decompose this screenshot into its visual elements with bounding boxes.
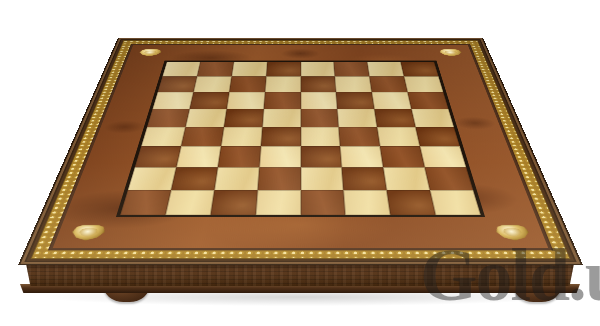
board-square: [259, 146, 300, 167]
board-square: [300, 62, 335, 77]
board-square: [263, 92, 300, 109]
board-square: [229, 76, 266, 92]
board-square: [424, 167, 472, 190]
board-square: [157, 76, 196, 92]
board-square: [141, 127, 185, 146]
board-square: [300, 92, 337, 109]
board-square: [415, 127, 459, 146]
board-square: [430, 190, 481, 215]
chess-board: [120, 62, 481, 215]
board-square: [337, 109, 377, 127]
board-square: [255, 190, 300, 215]
board-square: [300, 76, 336, 92]
board-square: [386, 190, 435, 215]
board-square: [300, 190, 345, 215]
board-square: [380, 146, 425, 167]
board-square: [210, 190, 257, 215]
board-square: [300, 167, 343, 190]
board-square: [176, 146, 221, 167]
board-square: [336, 92, 374, 109]
board-square: [162, 62, 200, 77]
board-square: [340, 146, 383, 167]
board-square: [220, 127, 261, 146]
board-square: [217, 146, 260, 167]
board-square: [193, 76, 231, 92]
board-square: [189, 92, 229, 109]
board-square: [147, 109, 189, 127]
board-top-surface: [18, 38, 583, 265]
board-square: [257, 167, 300, 190]
board-square: [338, 127, 379, 146]
board-square: [369, 76, 407, 92]
board-square: [262, 109, 300, 127]
board-square: [165, 190, 214, 215]
board-square: [180, 127, 223, 146]
board-square: [343, 190, 390, 215]
board-square: [400, 62, 438, 77]
board-square: [231, 62, 267, 77]
board-square: [420, 146, 466, 167]
board-square: [170, 167, 217, 190]
board-square: [341, 167, 386, 190]
board-square: [300, 109, 338, 127]
board-square: [333, 62, 369, 77]
board-square: [152, 92, 193, 109]
board-square: [185, 109, 226, 127]
board-square: [214, 167, 259, 190]
board-square: [120, 190, 171, 215]
board-square: [411, 109, 453, 127]
board-square: [300, 127, 340, 146]
board-square: [300, 146, 341, 167]
board-square: [265, 62, 300, 77]
board-square: [377, 127, 420, 146]
board-square: [374, 109, 415, 127]
board-square: [226, 92, 264, 109]
board-square: [260, 127, 300, 146]
product-photo-chessboard: Gold.ua: [0, 0, 600, 326]
board-square: [404, 76, 443, 92]
board-square: [407, 92, 448, 109]
board-square: [371, 92, 411, 109]
board-square: [264, 76, 300, 92]
board-square: [196, 62, 233, 77]
board-square: [367, 62, 404, 77]
walnut-apron: [26, 263, 574, 286]
board-square: [383, 167, 430, 190]
board-square: [223, 109, 263, 127]
board-square: [127, 167, 175, 190]
board-square: [134, 146, 180, 167]
board-square: [335, 76, 372, 92]
